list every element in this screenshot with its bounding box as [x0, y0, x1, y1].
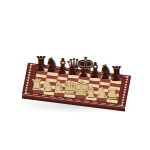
square-b1 [43, 91, 54, 96]
square-c1 [54, 92, 65, 97]
square-a1 [33, 90, 44, 95]
square-f1 [85, 96, 96, 101]
square-g1 [96, 98, 107, 103]
square-e1 [75, 95, 86, 100]
square-d1 [64, 94, 75, 99]
chess-set-photo: ♜♞♝♛♚♝♞♜♟♟♟♟♟♟♟♟♟♟♟♟♟♟♟♟♜♞♝♛♚♝♞♜ [0, 0, 150, 150]
square-h1 [107, 99, 118, 104]
